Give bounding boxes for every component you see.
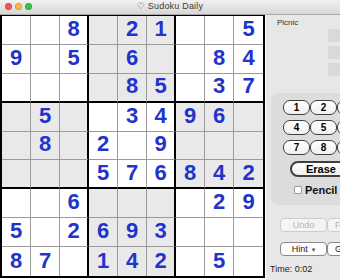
cell-r3c8[interactable]: 3 bbox=[205, 74, 234, 103]
numpad-button-5[interactable]: 5 bbox=[310, 120, 337, 135]
numpad-button-2[interactable]: 2 bbox=[310, 100, 337, 115]
chevron-down-icon: ▾ bbox=[312, 246, 316, 253]
cell-r9c8[interactable]: 5 bbox=[205, 247, 234, 276]
preview-block bbox=[328, 46, 340, 59]
cell-r6c4[interactable]: 5 bbox=[89, 160, 118, 189]
cell-r8c4[interactable]: 6 bbox=[89, 218, 118, 247]
cell-r8c3[interactable]: 2 bbox=[60, 218, 89, 247]
cell-r7c4[interactable] bbox=[89, 189, 118, 218]
cell-r5c6[interactable]: 9 bbox=[147, 132, 176, 161]
cell-r6c7[interactable]: 8 bbox=[176, 160, 205, 189]
cell-r1c3[interactable]: 8 bbox=[60, 16, 89, 45]
cell-r7c9[interactable]: 9 bbox=[234, 189, 263, 218]
cell-r6c1[interactable] bbox=[2, 160, 31, 189]
cell-r9c9[interactable] bbox=[234, 247, 263, 276]
cell-r2c9[interactable]: 4 bbox=[234, 45, 263, 74]
cell-r6c9[interactable]: 2 bbox=[234, 160, 263, 189]
cell-r5c1[interactable] bbox=[2, 132, 31, 161]
preview-block bbox=[328, 29, 340, 42]
cell-r5c3[interactable] bbox=[60, 132, 89, 161]
cell-r4c6[interactable]: 4 bbox=[147, 103, 176, 132]
timer-label: Time: 0:02 bbox=[270, 264, 312, 274]
cell-r7c8[interactable]: 2 bbox=[205, 189, 234, 218]
cell-r4c5[interactable]: 3 bbox=[118, 103, 147, 132]
cell-r1c2[interactable] bbox=[31, 16, 60, 45]
cell-r2c7[interactable] bbox=[176, 45, 205, 74]
cell-r1c5[interactable]: 2 bbox=[118, 16, 147, 45]
numpad-button-7[interactable]: 7 bbox=[283, 140, 310, 155]
cell-r3c5[interactable]: 8 bbox=[118, 74, 147, 103]
cell-r3c2[interactable] bbox=[31, 74, 60, 103]
cell-r4c2[interactable]: 5 bbox=[31, 103, 60, 132]
cell-r6c3[interactable] bbox=[60, 160, 89, 189]
pencil-checkbox[interactable] bbox=[294, 186, 302, 194]
cell-r5c7[interactable] bbox=[176, 132, 205, 161]
puzzle-name: Picnic bbox=[277, 18, 298, 27]
cell-r7c7[interactable] bbox=[176, 189, 205, 218]
cell-r4c9[interactable] bbox=[234, 103, 263, 132]
undo-button[interactable]: Undo bbox=[280, 218, 327, 232]
pencil-label: Pencil bbox=[305, 184, 337, 196]
cell-r6c6[interactable]: 6 bbox=[147, 160, 176, 189]
cell-r2c4[interactable] bbox=[89, 45, 118, 74]
title-bar: ♡ Sudoku Daily bbox=[0, 0, 340, 15]
cell-r6c5[interactable]: 7 bbox=[118, 160, 147, 189]
cell-r7c1[interactable] bbox=[2, 189, 31, 218]
cell-r8c6[interactable]: 3 bbox=[147, 218, 176, 247]
cell-r3c7[interactable] bbox=[176, 74, 205, 103]
cell-r2c8[interactable]: 8 bbox=[205, 45, 234, 74]
hint-button[interactable]: Hint ▾ bbox=[280, 242, 327, 256]
cell-r7c2[interactable] bbox=[31, 189, 60, 218]
cell-r9c1[interactable]: 8 bbox=[2, 247, 31, 276]
cell-r3c6[interactable]: 5 bbox=[147, 74, 176, 103]
preview-block bbox=[328, 63, 340, 76]
hint-row-second-button[interactable]: G bbox=[327, 242, 340, 256]
cell-r5c2[interactable]: 8 bbox=[31, 132, 60, 161]
cell-r3c3[interactable] bbox=[60, 74, 89, 103]
cell-r1c4[interactable] bbox=[89, 16, 118, 45]
cell-r1c6[interactable]: 1 bbox=[147, 16, 176, 45]
cell-r9c7[interactable] bbox=[176, 247, 205, 276]
window-title: ♡ Sudoku Daily bbox=[0, 1, 340, 11]
cell-r2c2[interactable] bbox=[31, 45, 60, 74]
cell-r7c3[interactable]: 6 bbox=[60, 189, 89, 218]
cell-r8c5[interactable]: 9 bbox=[118, 218, 147, 247]
cell-r3c9[interactable]: 7 bbox=[234, 74, 263, 103]
cell-r8c9[interactable] bbox=[234, 218, 263, 247]
hint-label: Hint bbox=[292, 244, 308, 254]
cell-r7c5[interactable] bbox=[118, 189, 147, 218]
cell-r1c8[interactable] bbox=[205, 16, 234, 45]
numpad: 123456789 bbox=[283, 100, 340, 155]
cell-r4c1[interactable] bbox=[2, 103, 31, 132]
pencil-row: Pencil bbox=[294, 184, 337, 196]
cell-r2c3[interactable]: 5 bbox=[60, 45, 89, 74]
cell-r2c5[interactable]: 6 bbox=[118, 45, 147, 74]
cell-r6c8[interactable]: 4 bbox=[205, 160, 234, 189]
cell-r5c5[interactable] bbox=[118, 132, 147, 161]
control-panel: Picnic 123456789 Erase Pencil Undo F Hin… bbox=[266, 14, 340, 280]
cell-r9c3[interactable] bbox=[60, 247, 89, 276]
cell-r5c9[interactable] bbox=[234, 132, 263, 161]
cell-r4c3[interactable] bbox=[60, 103, 89, 132]
cell-r4c7[interactable]: 9 bbox=[176, 103, 205, 132]
cell-r1c1[interactable] bbox=[2, 16, 31, 45]
erase-button[interactable]: Erase bbox=[290, 161, 340, 177]
cell-r5c8[interactable] bbox=[205, 132, 234, 161]
numpad-button-4[interactable]: 4 bbox=[283, 120, 310, 135]
cell-r6c2[interactable] bbox=[31, 160, 60, 189]
cell-r8c8[interactable] bbox=[205, 218, 234, 247]
cell-r9c4[interactable]: 1 bbox=[89, 247, 118, 276]
numpad-button-8[interactable]: 8 bbox=[310, 140, 337, 155]
cell-r4c8[interactable]: 6 bbox=[205, 103, 234, 132]
cell-r9c5[interactable]: 4 bbox=[118, 247, 147, 276]
cell-r1c9[interactable]: 5 bbox=[234, 16, 263, 45]
cell-r8c7[interactable] bbox=[176, 218, 205, 247]
cell-r1c7[interactable] bbox=[176, 16, 205, 45]
numpad-button-1[interactable]: 1 bbox=[283, 100, 310, 115]
cell-r5c4[interactable]: 2 bbox=[89, 132, 118, 161]
cell-r8c1[interactable]: 5 bbox=[2, 218, 31, 247]
cell-r7c6[interactable] bbox=[147, 189, 176, 218]
cell-r2c6[interactable] bbox=[147, 45, 176, 74]
cell-r3c4[interactable] bbox=[89, 74, 118, 103]
cell-r3c1[interactable] bbox=[2, 74, 31, 103]
sudoku-board: 8215956848537534968295768426295269387142… bbox=[0, 14, 265, 278]
cell-r9c2[interactable]: 7 bbox=[31, 247, 60, 276]
cell-r4c4[interactable] bbox=[89, 103, 118, 132]
cell-r2c1[interactable]: 9 bbox=[2, 45, 31, 74]
undo-row-second-button[interactable]: F bbox=[327, 218, 340, 232]
cell-r9c6[interactable]: 2 bbox=[147, 247, 176, 276]
cell-r8c2[interactable] bbox=[31, 218, 60, 247]
